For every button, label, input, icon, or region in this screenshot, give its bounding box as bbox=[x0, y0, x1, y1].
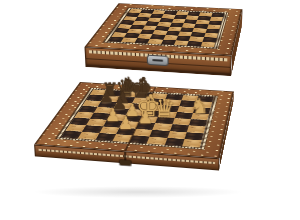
board-square-h4 bbox=[189, 119, 208, 126]
piece-wrapper: ♞ bbox=[191, 113, 209, 120]
clasp-tab-icon bbox=[120, 160, 131, 166]
chess-piece-white-pawn: ♟ bbox=[118, 114, 134, 132]
board-square-h3 bbox=[187, 126, 206, 134]
board-square-e2 bbox=[133, 129, 153, 137]
chess-set-product-photo: ♞♝♜♛♚♟♟♟♝♞♟♚♛♟♟♟ bbox=[0, 0, 300, 220]
board-square-h1 bbox=[182, 139, 202, 147]
open-board-squares: ♞♝♜♛♚♟♟♟♝♞♟♚♛♟♟♟ bbox=[61, 89, 214, 147]
board-square-h5: ♞ bbox=[191, 113, 209, 120]
chess-piece-white-knight: ♞ bbox=[190, 96, 209, 117]
open-chessboard: ♞♝♜♛♚♟♟♟♝♞♟♚♛♟♟♟ bbox=[35, 92, 234, 170]
cassette-square-a2 bbox=[112, 32, 128, 37]
cassette-square-h1 bbox=[200, 42, 215, 47]
chess-piece-white-pawn: ♟ bbox=[138, 109, 154, 127]
chess-piece-white-queen: ♛ bbox=[153, 96, 176, 122]
open-board-scene: ♞♝♜♛♚♟♟♟♝♞♟♚♛♟♟♟ bbox=[18, 62, 273, 217]
